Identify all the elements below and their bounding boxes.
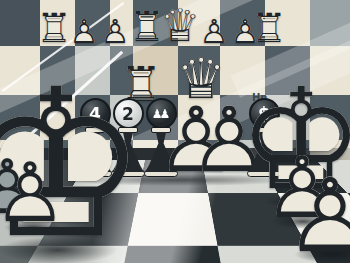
rook-glyph: ♖	[251, 8, 287, 48]
shelf-rook-3: ♜♖	[251, 8, 287, 48]
shelf-rook-1: ♜♖	[36, 8, 72, 48]
pawn-glyph: ♙	[69, 15, 99, 48]
shelf-pawn-1: ♟♙	[69, 15, 99, 48]
shelf-pawn-2: ♟♙	[100, 15, 130, 48]
pawn-glyph: ♙	[284, 165, 350, 263]
pawn-glyph: ♙	[0, 152, 67, 234]
wall-square	[0, 0, 40, 46]
left-front-pawn: ♟♙	[0, 152, 67, 234]
pawn-glyph: ♙	[199, 15, 229, 48]
pawn-glyph: ♙	[100, 15, 130, 48]
chess-illustration: ♜♖ ♟♙ ♟♙ ♜♖ ♛♕ ♟♙ ♟♙ ♜♖ ♜♖ ♛♕ Hn 4 2 ♟♟ …	[0, 0, 350, 263]
rook-glyph: ♖	[36, 8, 72, 48]
wall-square	[310, 0, 350, 46]
shelf-pawn-3: ♟♙	[199, 15, 229, 48]
shelf-queen: ♛♕	[160, 3, 200, 48]
queen-glyph: ♕	[160, 3, 200, 48]
right-front-pawn: ♟♙	[284, 165, 350, 263]
